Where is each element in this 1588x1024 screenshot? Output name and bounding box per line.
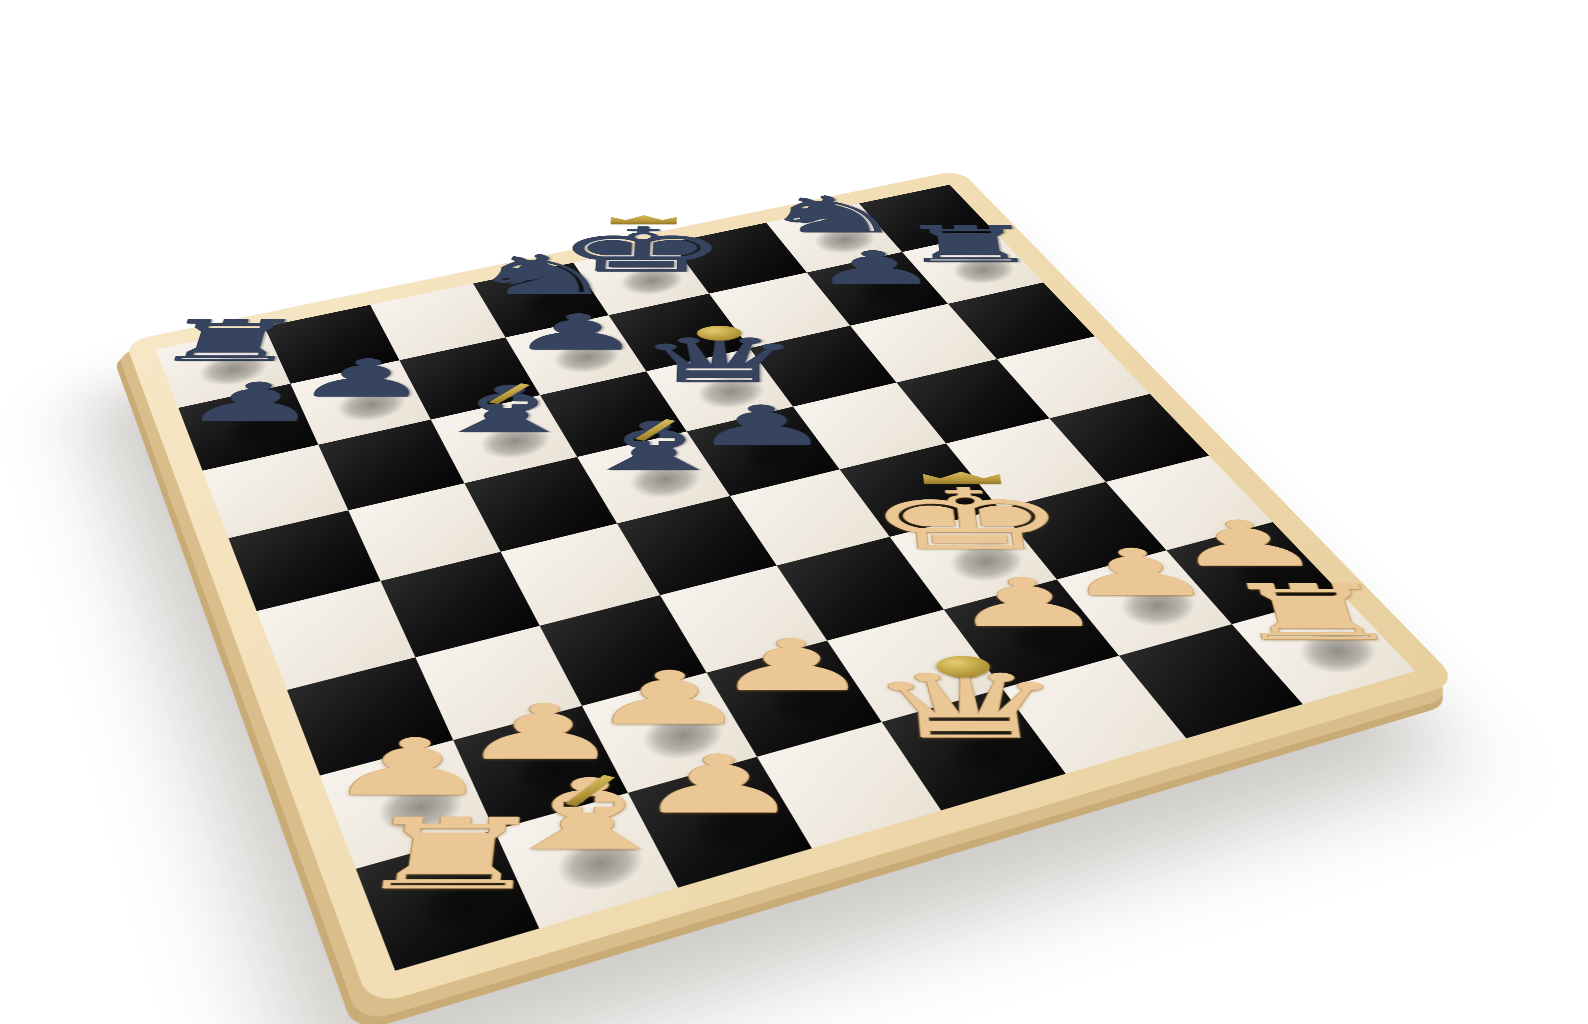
piece-blue-bishop-d5[interactable]: ♝ (566, 415, 740, 479)
piece-blue-queen-e6[interactable]: ♛ (632, 330, 806, 391)
wood-pawn-glyph: ♟ (319, 730, 501, 805)
piece-wood-rook-a1[interactable]: ♜ (343, 809, 557, 902)
piece-blue-pawn-g7[interactable]: ♟ (809, 246, 942, 289)
blue-bishop-glyph: ♝ (418, 379, 593, 440)
board: ♜♞♚♞♟♟♟♟♜♝♛♝♟♚♟♟♟♟♟♟♟♜♝♟♛♜ (156, 185, 1416, 971)
piece-blue-bishop-c6[interactable]: ♝ (418, 379, 593, 440)
photo-scene: ♜♞♚♞♟♟♟♟♜♝♛♝♟♚♟♟♟♟♟♟♟♜♝♟♛♜ (0, 0, 1588, 1024)
piece-wood-pawn-a2[interactable]: ♟ (319, 730, 501, 805)
piece-wood-king-f3[interactable]: ♚ (861, 480, 1079, 561)
piece-wood-rook-h1[interactable]: ♜ (1213, 577, 1415, 650)
piece-blue-pawn-d7[interactable]: ♟ (507, 309, 646, 356)
chess-board-frame: ♜♞♚♞♟♟♟♟♜♝♛♝♟♚♟♟♟♟♟♟♟♜♝♟♛♜ (125, 170, 1459, 1006)
gold-ball-icon (936, 656, 992, 677)
blue-pawn-glyph: ♟ (809, 246, 942, 289)
blue-pawn-glyph: ♟ (507, 309, 646, 356)
blue-knight-glyph: ♞ (462, 249, 622, 301)
wood-king-glyph: ♚ (861, 480, 1079, 561)
wood-rook-glyph: ♜ (343, 809, 557, 902)
piece-blue-knight-d8[interactable]: ♞ (462, 249, 622, 301)
blue-pawn-glyph: ♟ (176, 377, 330, 428)
blue-rook-glyph: ♜ (144, 314, 314, 368)
wood-rook-glyph: ♜ (1213, 577, 1415, 650)
piece-blue-rook-a8[interactable]: ♜ (144, 314, 314, 368)
piece-blue-knight-g8[interactable]: ♞ (757, 191, 909, 239)
piece-wood-queen-e1[interactable]: ♛ (862, 662, 1079, 750)
piece-blue-pawn-a7[interactable]: ♟ (176, 377, 330, 428)
wood-pawn-glyph: ♟ (944, 571, 1111, 635)
piece-wood-pawn-f2[interactable]: ♟ (944, 571, 1111, 635)
blue-knight-glyph: ♞ (757, 191, 909, 239)
blue-bishop-glyph: ♝ (566, 415, 740, 479)
